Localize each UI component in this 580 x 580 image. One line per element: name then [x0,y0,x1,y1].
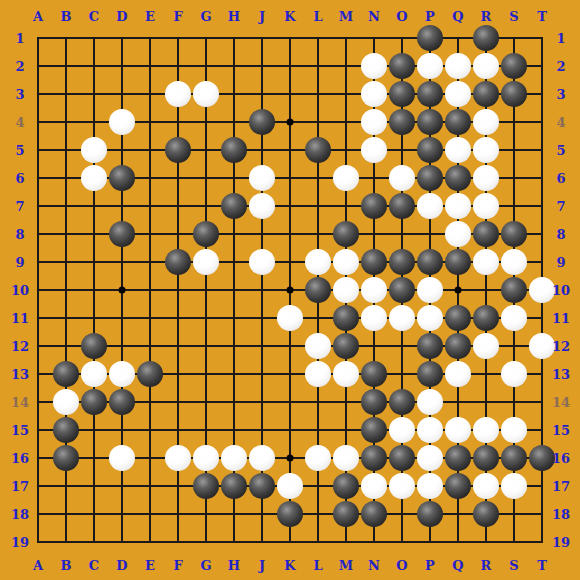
star-point [455,287,462,294]
column-label-top-T: T [537,10,547,23]
black-stone-Q6 [445,165,471,191]
white-stone-Q8 [445,221,471,247]
black-stone-S10 [501,277,527,303]
row-label-right-3: 3 [556,88,565,101]
row-label-right-15: 15 [552,424,570,437]
white-stone-C13 [81,361,107,387]
column-label-top-L: L [313,10,322,23]
white-stone-M6 [333,165,359,191]
column-label-top-P: P [425,10,435,23]
white-stone-S15 [501,417,527,443]
black-stone-D8 [109,221,135,247]
row-label-right-18: 18 [552,508,570,521]
column-label-bottom-E: E [145,559,155,572]
black-stone-H5 [221,137,247,163]
black-stone-N9 [361,249,387,275]
black-stone-C12 [81,333,107,359]
black-stone-O9 [389,249,415,275]
white-stone-R5 [473,137,499,163]
white-stone-O17 [389,473,415,499]
white-stone-M13 [333,361,359,387]
black-stone-B15 [53,417,79,443]
white-stone-O11 [389,305,415,331]
black-stone-O16 [389,445,415,471]
white-stone-Q13 [445,361,471,387]
white-stone-P11 [417,305,443,331]
white-stone-R9 [473,249,499,275]
white-stone-R7 [473,193,499,219]
black-stone-J4 [249,109,275,135]
white-stone-L16 [305,445,331,471]
white-stone-D4 [109,109,135,135]
row-label-left-17: 17 [11,480,29,493]
column-label-bottom-N: N [368,559,380,572]
white-stone-D13 [109,361,135,387]
black-stone-O4 [389,109,415,135]
black-stone-S3 [501,81,527,107]
black-stone-J17 [249,473,275,499]
black-stone-O10 [389,277,415,303]
column-label-bottom-K: K [284,559,295,572]
column-label-bottom-B: B [61,559,72,572]
black-stone-R1 [473,25,499,51]
white-stone-P17 [417,473,443,499]
white-stone-G9 [193,249,219,275]
black-stone-Q16 [445,445,471,471]
white-stone-J9 [249,249,275,275]
white-stone-Q7 [445,193,471,219]
white-stone-R17 [473,473,499,499]
black-stone-S16 [501,445,527,471]
black-stone-N13 [361,361,387,387]
column-label-top-S: S [509,10,518,23]
black-stone-G17 [193,473,219,499]
column-label-bottom-F: F [173,559,182,572]
star-point [119,287,126,294]
white-stone-J16 [249,445,275,471]
row-label-left-11: 11 [11,312,29,325]
black-stone-N7 [361,193,387,219]
white-stone-Q3 [445,81,471,107]
black-stone-R8 [473,221,499,247]
row-label-right-4: 4 [556,116,565,129]
black-stone-F9 [165,249,191,275]
white-stone-R6 [473,165,499,191]
row-label-right-6: 6 [556,172,565,185]
black-stone-R3 [473,81,499,107]
row-label-left-19: 19 [11,536,29,549]
black-stone-G8 [193,221,219,247]
black-stone-D14 [109,389,135,415]
white-stone-C6 [81,165,107,191]
row-label-right-2: 2 [556,60,565,73]
white-stone-M9 [333,249,359,275]
black-stone-R18 [473,501,499,527]
black-stone-P6 [417,165,443,191]
white-stone-M10 [333,277,359,303]
black-stone-Q4 [445,109,471,135]
white-stone-B14 [53,389,79,415]
white-stone-R2 [473,53,499,79]
black-stone-B16 [53,445,79,471]
black-stone-R11 [473,305,499,331]
white-stone-P15 [417,417,443,443]
white-stone-R12 [473,333,499,359]
star-point [287,287,294,294]
black-stone-N18 [361,501,387,527]
black-stone-P1 [417,25,443,51]
black-stone-Q9 [445,249,471,275]
column-label-bottom-J: J [259,559,265,572]
row-label-left-1: 1 [15,32,24,45]
star-point [287,455,294,462]
column-label-bottom-D: D [116,559,127,572]
row-label-left-7: 7 [15,200,24,213]
column-label-bottom-S: S [509,559,518,572]
black-stone-D6 [109,165,135,191]
white-stone-S9 [501,249,527,275]
black-stone-N15 [361,417,387,443]
black-stone-P12 [417,333,443,359]
black-stone-Q17 [445,473,471,499]
white-stone-P10 [417,277,443,303]
black-stone-B13 [53,361,79,387]
row-label-right-10: 10 [552,284,570,297]
row-label-left-3: 3 [15,88,24,101]
column-label-bottom-P: P [425,559,435,572]
black-stone-F5 [165,137,191,163]
row-label-left-15: 15 [11,424,29,437]
column-label-bottom-O: O [396,559,407,572]
column-label-top-Q: Q [452,10,463,23]
white-stone-P7 [417,193,443,219]
black-stone-M17 [333,473,359,499]
white-stone-R15 [473,417,499,443]
black-stone-P9 [417,249,443,275]
white-stone-Q2 [445,53,471,79]
white-stone-K17 [277,473,303,499]
black-stone-O7 [389,193,415,219]
column-label-top-K: K [284,10,295,23]
black-stone-E13 [137,361,163,387]
white-stone-G3 [193,81,219,107]
white-stone-C5 [81,137,107,163]
white-stone-N10 [361,277,387,303]
column-label-top-D: D [116,10,127,23]
black-stone-Q11 [445,305,471,331]
white-stone-N11 [361,305,387,331]
white-stone-S11 [501,305,527,331]
white-stone-H16 [221,445,247,471]
white-stone-R4 [473,109,499,135]
white-stone-L12 [305,333,331,359]
black-stone-K18 [277,501,303,527]
column-label-bottom-R: R [481,559,492,572]
row-label-left-10: 10 [11,284,29,297]
white-stone-N2 [361,53,387,79]
column-label-top-F: F [173,10,182,23]
white-stone-P2 [417,53,443,79]
black-stone-S2 [501,53,527,79]
row-label-left-16: 16 [11,452,29,465]
white-stone-N3 [361,81,387,107]
column-label-top-C: C [89,10,99,23]
star-point [287,119,294,126]
black-stone-H7 [221,193,247,219]
black-stone-S8 [501,221,527,247]
row-label-right-12: 12 [552,340,570,353]
column-label-top-O: O [396,10,407,23]
row-label-right-1: 1 [556,32,565,45]
grid-line-horizontal [37,541,543,543]
column-label-bottom-G: G [200,559,211,572]
row-label-right-16: 16 [552,452,570,465]
white-stone-J7 [249,193,275,219]
black-stone-M8 [333,221,359,247]
black-stone-C14 [81,389,107,415]
row-label-right-11: 11 [552,312,570,325]
black-stone-P5 [417,137,443,163]
column-label-top-B: B [61,10,72,23]
row-label-right-8: 8 [556,228,565,241]
row-label-left-9: 9 [15,256,24,269]
column-label-bottom-A: A [33,559,43,572]
white-stone-N4 [361,109,387,135]
black-stone-Q12 [445,333,471,359]
white-stone-D16 [109,445,135,471]
black-stone-R16 [473,445,499,471]
column-label-top-E: E [145,10,155,23]
row-label-right-19: 19 [552,536,570,549]
black-stone-P13 [417,361,443,387]
row-label-right-9: 9 [556,256,565,269]
column-label-bottom-M: M [339,559,353,572]
column-label-top-N: N [368,10,380,23]
row-label-left-8: 8 [15,228,24,241]
black-stone-P18 [417,501,443,527]
white-stone-P16 [417,445,443,471]
black-stone-M12 [333,333,359,359]
column-label-top-G: G [200,10,211,23]
row-label-right-7: 7 [556,200,565,213]
white-stone-Q15 [445,417,471,443]
white-stone-S13 [501,361,527,387]
row-label-left-12: 12 [11,340,29,353]
column-label-top-R: R [481,10,492,23]
row-label-left-4: 4 [15,116,24,129]
black-stone-O2 [389,53,415,79]
black-stone-O14 [389,389,415,415]
white-stone-F3 [165,81,191,107]
white-stone-Q5 [445,137,471,163]
white-stone-P14 [417,389,443,415]
white-stone-N5 [361,137,387,163]
white-stone-O15 [389,417,415,443]
column-label-bottom-Q: Q [452,559,463,572]
column-label-top-A: A [33,10,43,23]
white-stone-G16 [193,445,219,471]
white-stone-K11 [277,305,303,331]
white-stone-J6 [249,165,275,191]
white-stone-N17 [361,473,387,499]
column-label-top-M: M [339,10,353,23]
white-stone-M16 [333,445,359,471]
black-stone-N14 [361,389,387,415]
row-label-right-13: 13 [552,368,570,381]
column-label-bottom-H: H [228,559,240,572]
black-stone-O3 [389,81,415,107]
column-label-top-J: J [259,10,265,23]
row-label-left-14: 14 [11,396,29,409]
black-stone-P4 [417,109,443,135]
row-label-left-2: 2 [15,60,24,73]
black-stone-L5 [305,137,331,163]
column-label-bottom-C: C [89,559,99,572]
white-stone-L9 [305,249,331,275]
row-label-left-5: 5 [15,144,24,157]
column-label-top-H: H [228,10,240,23]
row-label-left-18: 18 [11,508,29,521]
white-stone-L13 [305,361,331,387]
black-stone-N16 [361,445,387,471]
column-label-bottom-L: L [313,559,322,572]
black-stone-L10 [305,277,331,303]
row-label-right-14: 14 [552,396,570,409]
go-board[interactable]: AABBCCDDEEFFGGHHJJKKLLMMNNOOPPQQRRSSTT11… [0,0,580,580]
white-stone-O6 [389,165,415,191]
white-stone-S17 [501,473,527,499]
row-label-left-13: 13 [11,368,29,381]
row-label-left-6: 6 [15,172,24,185]
white-stone-F16 [165,445,191,471]
black-stone-P3 [417,81,443,107]
column-label-bottom-T: T [537,559,547,572]
row-label-right-17: 17 [552,480,570,493]
black-stone-H17 [221,473,247,499]
black-stone-M11 [333,305,359,331]
black-stone-M18 [333,501,359,527]
row-label-right-5: 5 [556,144,565,157]
